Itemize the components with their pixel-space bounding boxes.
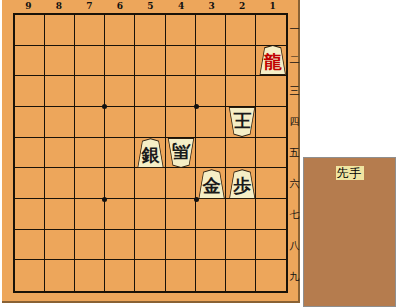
square-1-4[interactable] xyxy=(256,107,286,138)
sente-hand-panel: 先手 xyxy=(303,157,396,307)
file-label: 6 xyxy=(105,0,136,12)
sente-hand-label: 先手 xyxy=(304,162,395,182)
file-label: 2 xyxy=(227,0,258,12)
square-9-8[interactable] xyxy=(15,230,45,261)
square-5-3[interactable] xyxy=(135,76,165,107)
square-7-1[interactable] xyxy=(75,15,105,46)
square-9-4[interactable] xyxy=(15,107,45,138)
hoshi-dot xyxy=(194,104,199,109)
square-1-7[interactable] xyxy=(256,199,286,230)
square-4-4[interactable] xyxy=(166,107,196,138)
square-6-5[interactable] xyxy=(105,138,135,169)
file-label: 7 xyxy=(74,0,105,12)
shogi-board: 987654321 一二三四五六七八九 龍王銀馬金歩 xyxy=(2,0,300,303)
square-5-7[interactable] xyxy=(135,199,165,230)
square-4-2[interactable] xyxy=(166,46,196,77)
square-8-6[interactable] xyxy=(45,168,75,199)
rank-label: 二 xyxy=(288,44,301,75)
sente-label-text: 先手 xyxy=(336,166,364,180)
square-6-1[interactable] xyxy=(105,15,135,46)
square-1-8[interactable] xyxy=(256,230,286,261)
square-9-2[interactable] xyxy=(15,46,45,77)
square-8-3[interactable] xyxy=(45,76,75,107)
square-6-9[interactable] xyxy=(105,260,135,291)
square-1-5[interactable] xyxy=(256,138,286,169)
square-3-2[interactable] xyxy=(196,46,226,77)
rank-label: 一 xyxy=(288,13,301,44)
square-3-7[interactable] xyxy=(196,199,226,230)
square-8-2[interactable] xyxy=(45,46,75,77)
square-9-6[interactable] xyxy=(15,168,45,199)
square-2-5[interactable] xyxy=(226,138,256,169)
square-1-1[interactable] xyxy=(256,15,286,46)
square-9-9[interactable] xyxy=(15,260,45,291)
square-1-9[interactable] xyxy=(256,260,286,291)
rank-labels: 一二三四五六七八九 xyxy=(288,13,301,293)
rank-label: 九 xyxy=(288,262,301,293)
file-label: 1 xyxy=(257,0,288,12)
square-8-8[interactable] xyxy=(45,230,75,261)
square-7-5[interactable] xyxy=(75,138,105,169)
square-2-8[interactable] xyxy=(226,230,256,261)
square-8-9[interactable] xyxy=(45,260,75,291)
square-7-8[interactable] xyxy=(75,230,105,261)
rank-label: 六 xyxy=(288,169,301,200)
square-2-3[interactable] xyxy=(226,76,256,107)
square-2-2[interactable] xyxy=(226,46,256,77)
square-7-7[interactable] xyxy=(75,199,105,230)
square-5-9[interactable] xyxy=(135,260,165,291)
rank-label: 八 xyxy=(288,231,301,262)
square-7-6[interactable] xyxy=(75,168,105,199)
file-labels: 987654321 xyxy=(13,0,288,12)
square-8-4[interactable] xyxy=(45,107,75,138)
square-2-7[interactable] xyxy=(226,199,256,230)
square-9-3[interactable] xyxy=(15,76,45,107)
square-8-7[interactable] xyxy=(45,199,75,230)
square-3-5[interactable] xyxy=(196,138,226,169)
square-7-2[interactable] xyxy=(75,46,105,77)
file-label: 4 xyxy=(166,0,197,12)
square-4-6[interactable] xyxy=(166,168,196,199)
square-2-1[interactable] xyxy=(226,15,256,46)
rank-label: 三 xyxy=(288,75,301,106)
square-4-1[interactable] xyxy=(166,15,196,46)
square-7-3[interactable] xyxy=(75,76,105,107)
square-4-7[interactable] xyxy=(166,199,196,230)
square-2-9[interactable] xyxy=(226,260,256,291)
square-3-9[interactable] xyxy=(196,260,226,291)
square-6-8[interactable] xyxy=(105,230,135,261)
square-3-1[interactable] xyxy=(196,15,226,46)
square-9-1[interactable] xyxy=(15,15,45,46)
square-9-7[interactable] xyxy=(15,199,45,230)
square-4-3[interactable] xyxy=(166,76,196,107)
square-7-4[interactable] xyxy=(75,107,105,138)
square-3-8[interactable] xyxy=(196,230,226,261)
hoshi-dot xyxy=(194,197,199,202)
file-label: 8 xyxy=(44,0,75,12)
square-4-8[interactable] xyxy=(166,230,196,261)
square-8-1[interactable] xyxy=(45,15,75,46)
square-6-3[interactable] xyxy=(105,76,135,107)
square-6-6[interactable] xyxy=(105,168,135,199)
square-1-3[interactable] xyxy=(256,76,286,107)
square-7-9[interactable] xyxy=(75,260,105,291)
square-3-4[interactable] xyxy=(196,107,226,138)
file-label: 3 xyxy=(196,0,227,12)
square-1-6[interactable] xyxy=(256,168,286,199)
rank-label: 五 xyxy=(288,137,301,168)
square-6-4[interactable] xyxy=(105,107,135,138)
square-5-2[interactable] xyxy=(135,46,165,77)
square-5-6[interactable] xyxy=(135,168,165,199)
file-label: 9 xyxy=(13,0,44,12)
square-4-9[interactable] xyxy=(166,260,196,291)
square-3-3[interactable] xyxy=(196,76,226,107)
file-label: 5 xyxy=(135,0,166,12)
hoshi-dot xyxy=(102,104,107,109)
square-9-5[interactable] xyxy=(15,138,45,169)
rank-label: 四 xyxy=(288,106,301,137)
square-6-7[interactable] xyxy=(105,199,135,230)
square-5-4[interactable] xyxy=(135,107,165,138)
square-6-2[interactable] xyxy=(105,46,135,77)
square-8-5[interactable] xyxy=(45,138,75,169)
square-5-8[interactable] xyxy=(135,230,165,261)
rank-label: 七 xyxy=(288,200,301,231)
square-5-1[interactable] xyxy=(135,15,165,46)
